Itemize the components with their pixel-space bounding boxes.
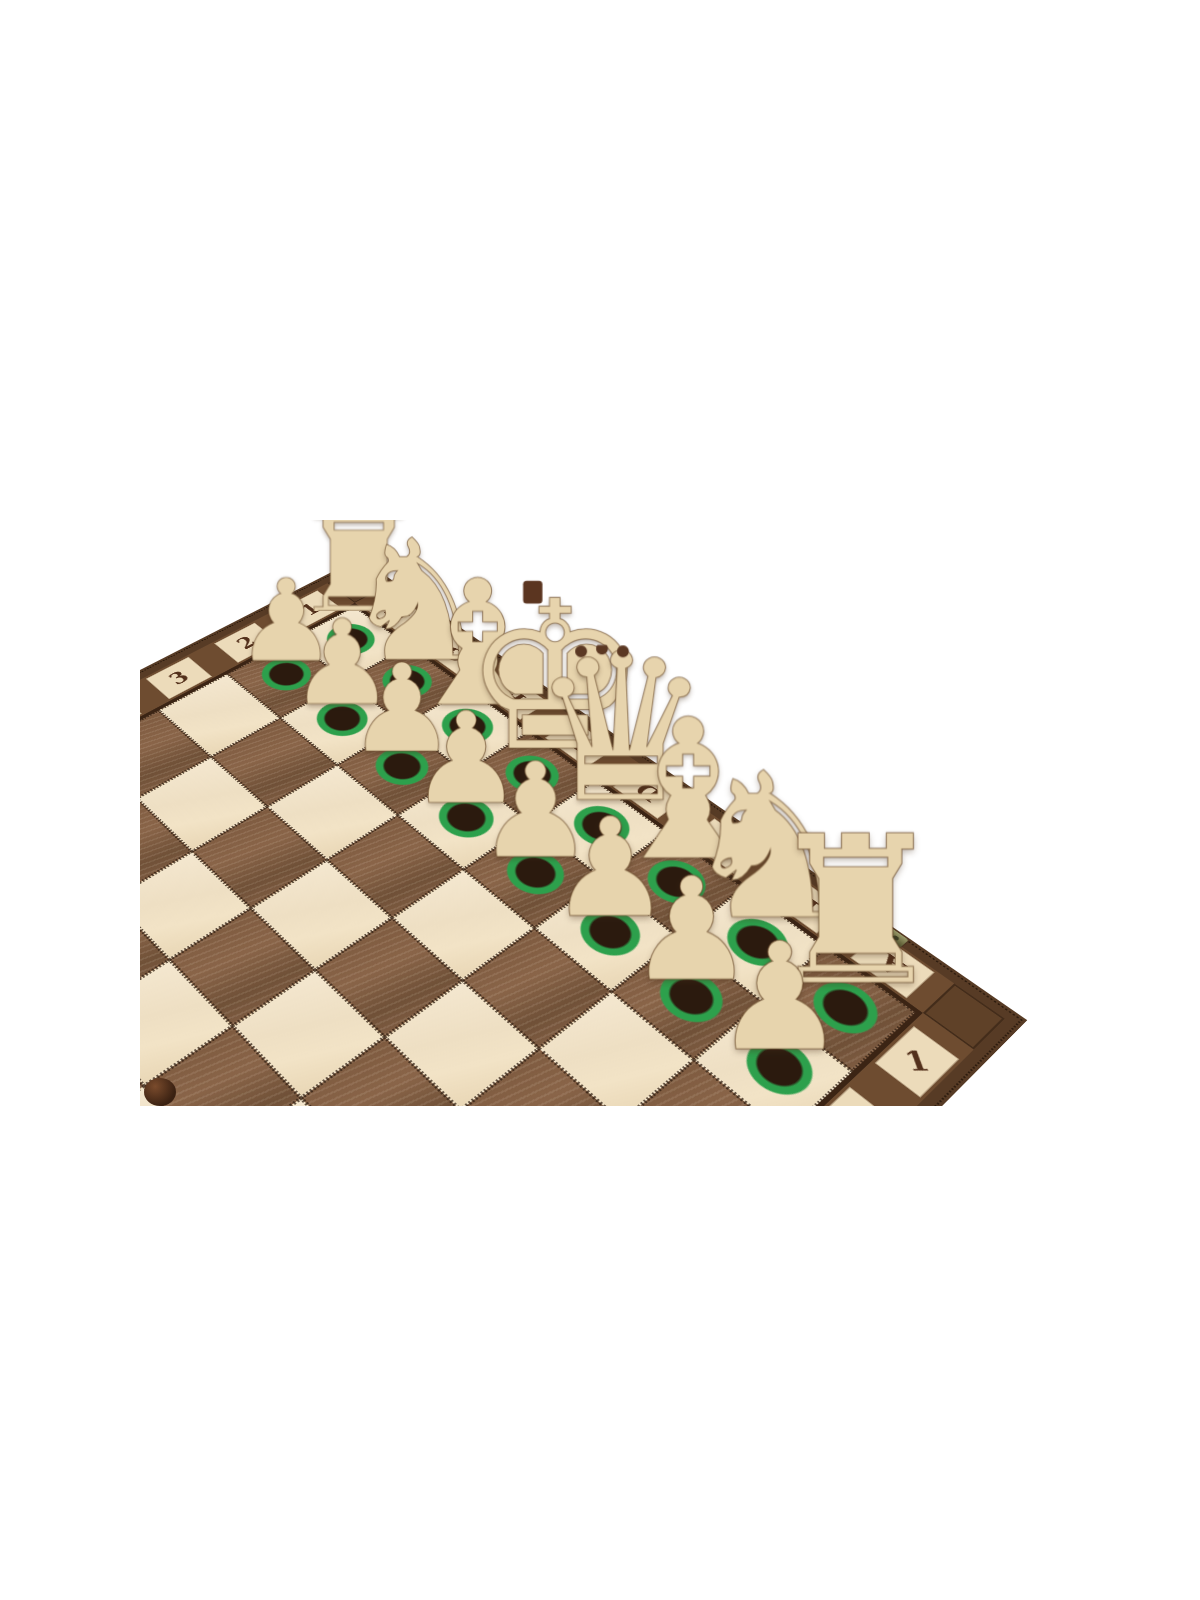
photo-area: HGFEDCBA HGFEDCBA 12345678 12345678 ♜♞♝♛…	[140, 520, 1046, 1106]
dark-crown-accent	[523, 581, 542, 604]
wooden-knob	[144, 1078, 176, 1106]
pawn-glyph: ♟	[695, 926, 865, 1067]
dark-crown-accent	[573, 645, 631, 658]
perspective-scene: HGFEDCBA HGFEDCBA 12345678 12345678 ♜♞♝♛…	[140, 520, 1046, 1106]
chess-board: HGFEDCBA HGFEDCBA 12345678 12345678 ♜♞♝♛…	[140, 558, 1027, 1106]
product-photo-canvas: HGFEDCBA HGFEDCBA 12345678 12345678 ♜♞♝♛…	[0, 0, 1200, 1600]
